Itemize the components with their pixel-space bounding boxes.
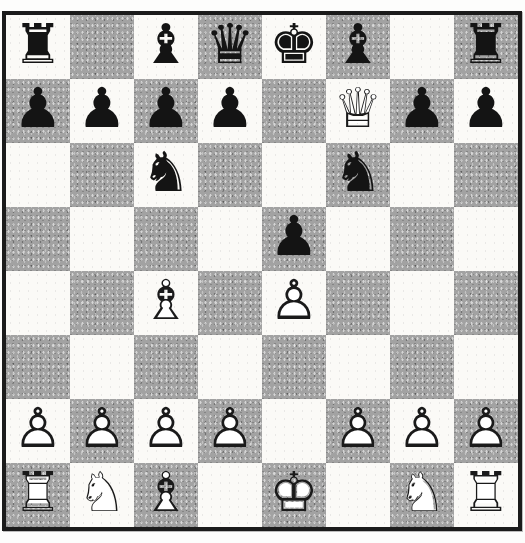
white-piece-outline-glyph: ♘: [70, 463, 134, 527]
piece-white-knight: ♞♘: [390, 463, 454, 527]
piece-black-rook: ♜: [6, 15, 70, 79]
piece-black-king: ♚: [262, 15, 326, 79]
black-piece-glyph: ♜: [454, 15, 518, 79]
black-piece-glyph: ♝: [134, 15, 198, 79]
white-piece-outline-glyph: ♘: [390, 463, 454, 527]
white-piece-outline-glyph: ♙: [198, 399, 262, 463]
square-f4: [326, 271, 390, 335]
square-e3: [262, 335, 326, 399]
piece-white-pawn: ♟♙: [134, 399, 198, 463]
black-piece-glyph: ♝: [326, 15, 390, 79]
square-c2: ♟♙: [134, 399, 198, 463]
black-piece-glyph: ♞: [326, 143, 390, 207]
white-piece-outline-glyph: ♖: [6, 463, 70, 527]
black-piece-glyph: ♟: [134, 79, 198, 143]
piece-black-pawn: ♟: [390, 79, 454, 143]
white-piece-outline-glyph: ♗: [134, 271, 198, 335]
square-a7: ♟: [6, 79, 70, 143]
square-a5: [6, 207, 70, 271]
white-piece-outline-glyph: ♙: [262, 271, 326, 335]
square-e7: [262, 79, 326, 143]
piece-black-bishop: ♝: [326, 15, 390, 79]
piece-white-pawn: ♟♙: [70, 399, 134, 463]
piece-white-rook: ♜♖: [454, 463, 518, 527]
square-h3: [454, 335, 518, 399]
piece-white-king: ♚♔: [262, 463, 326, 527]
black-piece-glyph: ♟: [6, 79, 70, 143]
black-piece-glyph: ♟: [262, 207, 326, 271]
square-b3: [70, 335, 134, 399]
white-piece-outline-glyph: ♔: [262, 463, 326, 527]
square-a2: ♟♙: [6, 399, 70, 463]
piece-white-pawn: ♟♙: [326, 399, 390, 463]
piece-black-knight: ♞: [326, 143, 390, 207]
square-b6: [70, 143, 134, 207]
square-d1: [198, 463, 262, 527]
square-g4: [390, 271, 454, 335]
square-e8: ♚: [262, 15, 326, 79]
piece-white-rook: ♜♖: [6, 463, 70, 527]
white-piece-outline-glyph: ♕: [326, 79, 390, 143]
piece-white-pawn: ♟♙: [390, 399, 454, 463]
white-piece-outline-glyph: ♙: [454, 399, 518, 463]
square-c4: ♝♗: [134, 271, 198, 335]
square-h1: ♜♖: [454, 463, 518, 527]
square-e1: ♚♔: [262, 463, 326, 527]
square-c8: ♝: [134, 15, 198, 79]
square-g1: ♞♘: [390, 463, 454, 527]
square-d2: ♟♙: [198, 399, 262, 463]
square-g8: [390, 15, 454, 79]
square-b8: [70, 15, 134, 79]
piece-white-bishop: ♝♗: [134, 463, 198, 527]
square-a3: [6, 335, 70, 399]
square-h2: ♟♙: [454, 399, 518, 463]
piece-black-pawn: ♟: [70, 79, 134, 143]
square-e6: [262, 143, 326, 207]
scanned-chess-diagram: ♜♝♛♚♝♜♟♟♟♟♛♕♟♟♞♞♟♝♗♟♙♟♙♟♙♟♙♟♙♟♙♟♙♟♙♜♖♞♘♝…: [0, 0, 525, 543]
piece-black-pawn: ♟: [134, 79, 198, 143]
square-f7: ♛♕: [326, 79, 390, 143]
square-a8: ♜: [6, 15, 70, 79]
square-c5: [134, 207, 198, 271]
square-d5: [198, 207, 262, 271]
square-g3: [390, 335, 454, 399]
black-piece-glyph: ♟: [70, 79, 134, 143]
square-d6: [198, 143, 262, 207]
black-piece-glyph: ♟: [454, 79, 518, 143]
piece-black-queen: ♛: [198, 15, 262, 79]
square-e4: ♟♙: [262, 271, 326, 335]
piece-black-pawn: ♟: [6, 79, 70, 143]
piece-black-pawn: ♟: [198, 79, 262, 143]
square-h8: ♜: [454, 15, 518, 79]
square-f2: ♟♙: [326, 399, 390, 463]
square-b1: ♞♘: [70, 463, 134, 527]
square-b7: ♟: [70, 79, 134, 143]
piece-black-rook: ♜: [454, 15, 518, 79]
square-h5: [454, 207, 518, 271]
piece-white-knight: ♞♘: [70, 463, 134, 527]
square-a6: [6, 143, 70, 207]
square-h6: [454, 143, 518, 207]
piece-white-bishop: ♝♗: [134, 271, 198, 335]
square-b5: [70, 207, 134, 271]
square-g2: ♟♙: [390, 399, 454, 463]
square-g6: [390, 143, 454, 207]
piece-white-pawn: ♟♙: [6, 399, 70, 463]
piece-white-pawn: ♟♙: [454, 399, 518, 463]
square-d8: ♛: [198, 15, 262, 79]
square-f1: [326, 463, 390, 527]
square-d7: ♟: [198, 79, 262, 143]
square-b4: [70, 271, 134, 335]
square-h4: [454, 271, 518, 335]
piece-white-pawn: ♟♙: [262, 271, 326, 335]
square-b2: ♟♙: [70, 399, 134, 463]
square-c6: ♞: [134, 143, 198, 207]
square-a1: ♜♖: [6, 463, 70, 527]
chess-board: ♜♝♛♚♝♜♟♟♟♟♛♕♟♟♞♞♟♝♗♟♙♟♙♟♙♟♙♟♙♟♙♟♙♟♙♜♖♞♘♝…: [2, 11, 522, 531]
piece-white-pawn: ♟♙: [198, 399, 262, 463]
square-f8: ♝: [326, 15, 390, 79]
black-piece-glyph: ♞: [134, 143, 198, 207]
piece-black-bishop: ♝: [134, 15, 198, 79]
square-g5: [390, 207, 454, 271]
black-piece-glyph: ♟: [198, 79, 262, 143]
white-piece-outline-glyph: ♙: [390, 399, 454, 463]
square-e2: [262, 399, 326, 463]
square-f6: ♞: [326, 143, 390, 207]
square-c7: ♟: [134, 79, 198, 143]
white-piece-outline-glyph: ♙: [134, 399, 198, 463]
piece-white-queen: ♛♕: [326, 79, 390, 143]
square-h7: ♟: [454, 79, 518, 143]
white-piece-outline-glyph: ♙: [6, 399, 70, 463]
black-piece-glyph: ♜: [6, 15, 70, 79]
square-d4: [198, 271, 262, 335]
white-piece-outline-glyph: ♙: [70, 399, 134, 463]
piece-black-pawn: ♟: [262, 207, 326, 271]
square-g7: ♟: [390, 79, 454, 143]
white-piece-outline-glyph: ♗: [134, 463, 198, 527]
square-c1: ♝♗: [134, 463, 198, 527]
piece-black-pawn: ♟: [454, 79, 518, 143]
black-piece-glyph: ♚: [262, 15, 326, 79]
square-e5: ♟: [262, 207, 326, 271]
square-f5: [326, 207, 390, 271]
white-piece-outline-glyph: ♖: [454, 463, 518, 527]
piece-black-knight: ♞: [134, 143, 198, 207]
square-f3: [326, 335, 390, 399]
white-piece-outline-glyph: ♙: [326, 399, 390, 463]
square-a4: [6, 271, 70, 335]
black-piece-glyph: ♛: [198, 15, 262, 79]
black-piece-glyph: ♟: [390, 79, 454, 143]
square-d3: [198, 335, 262, 399]
square-c3: [134, 335, 198, 399]
